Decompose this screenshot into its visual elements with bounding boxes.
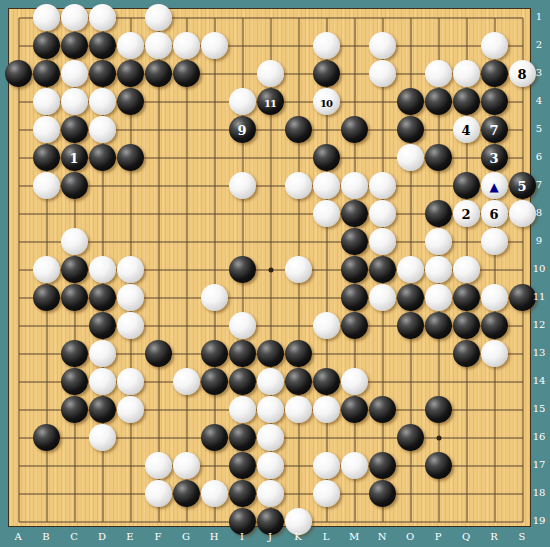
stone-I5[interactable]: 9	[229, 116, 256, 143]
stone-I10[interactable]	[229, 256, 256, 283]
stone-M12[interactable]	[341, 312, 368, 339]
stone-P8[interactable]	[425, 200, 452, 227]
stone-I18[interactable]	[229, 480, 256, 507]
stone-D16[interactable]	[89, 424, 116, 451]
stone-H18[interactable]	[201, 480, 228, 507]
stone-O10[interactable]	[397, 256, 424, 283]
stone-D4[interactable]	[89, 88, 116, 115]
stone-G18[interactable]	[173, 480, 200, 507]
move-number-label: 9	[237, 123, 246, 138]
move-number-label: 7	[489, 123, 498, 138]
stone-R11[interactable]	[481, 284, 508, 311]
stone-R3[interactable]	[481, 60, 508, 87]
stone-L14[interactable]	[313, 368, 340, 395]
stone-G3[interactable]	[173, 60, 200, 87]
stone-C3[interactable]	[61, 60, 88, 87]
stone-Q12[interactable]	[453, 312, 480, 339]
row-label-19: 19	[529, 515, 549, 527]
stone-P12[interactable]	[425, 312, 452, 339]
stone-C11[interactable]	[61, 284, 88, 311]
col-label-D: D	[92, 531, 112, 543]
stone-C4[interactable]	[61, 88, 88, 115]
stone-C6[interactable]: 1	[61, 144, 88, 171]
stone-L2[interactable]	[313, 32, 340, 59]
stone-F18[interactable]	[145, 480, 172, 507]
stone-L17[interactable]	[313, 452, 340, 479]
stone-N10[interactable]	[369, 256, 396, 283]
move-number-label: 1	[69, 151, 78, 166]
stone-G17[interactable]	[173, 452, 200, 479]
col-label-B: B	[36, 531, 56, 543]
stone-M15[interactable]	[341, 396, 368, 423]
row-label-3: 3	[529, 67, 549, 79]
stone-B16[interactable]	[33, 424, 60, 451]
stone-R9[interactable]	[481, 228, 508, 255]
row-label-11: 11	[529, 291, 549, 303]
stone-J15[interactable]	[257, 396, 284, 423]
stone-N8[interactable]	[369, 200, 396, 227]
stone-M9[interactable]	[341, 228, 368, 255]
row-label-4: 4	[529, 95, 549, 107]
col-label-C: C	[64, 531, 84, 543]
stone-J13[interactable]	[257, 340, 284, 367]
move-number-label: 4	[461, 123, 470, 138]
stone-P4[interactable]	[425, 88, 452, 115]
stone-P15[interactable]	[425, 396, 452, 423]
stone-F3[interactable]	[145, 60, 172, 87]
stone-O16[interactable]	[397, 424, 424, 451]
stone-L12[interactable]	[313, 312, 340, 339]
stone-E4[interactable]	[117, 88, 144, 115]
go-app-window: 8111094713▲526 ABCDEFGHIJKLMNOPQRS123456…	[0, 0, 550, 547]
move-number-label: 8	[517, 67, 526, 82]
col-label-P: P	[428, 531, 448, 543]
row-label-16: 16	[529, 431, 549, 443]
stone-N11[interactable]	[369, 284, 396, 311]
stone-R7[interactable]: ▲	[481, 172, 508, 199]
stone-Q7[interactable]	[453, 172, 480, 199]
stone-L4[interactable]: 10	[313, 88, 340, 115]
row-label-10: 10	[529, 263, 549, 275]
stone-P17[interactable]	[425, 452, 452, 479]
row-label-14: 14	[529, 375, 549, 387]
col-label-Q: Q	[456, 531, 476, 543]
stone-K10[interactable]	[285, 256, 312, 283]
stone-P11[interactable]	[425, 284, 452, 311]
row-label-18: 18	[529, 487, 549, 499]
move-number-label: 3	[489, 151, 498, 166]
stone-H16[interactable]	[201, 424, 228, 451]
stone-P9[interactable]	[425, 228, 452, 255]
stone-H2[interactable]	[201, 32, 228, 59]
col-label-I: I	[232, 531, 252, 543]
stone-B7[interactable]	[33, 172, 60, 199]
stone-C9[interactable]	[61, 228, 88, 255]
stone-B6[interactable]	[33, 144, 60, 171]
stone-I16[interactable]	[229, 424, 256, 451]
stone-O4[interactable]	[397, 88, 424, 115]
stone-C10[interactable]	[61, 256, 88, 283]
stone-D14[interactable]	[89, 368, 116, 395]
stone-Q5[interactable]: 4	[453, 116, 480, 143]
stone-Q13[interactable]	[453, 340, 480, 367]
stone-F2[interactable]	[145, 32, 172, 59]
stone-J17[interactable]	[257, 452, 284, 479]
stone-K5[interactable]	[285, 116, 312, 143]
stone-J16[interactable]	[257, 424, 284, 451]
stone-M8[interactable]	[341, 200, 368, 227]
stone-E2[interactable]	[117, 32, 144, 59]
stone-E11[interactable]	[117, 284, 144, 311]
stone-J3[interactable]	[257, 60, 284, 87]
stone-B5[interactable]	[33, 116, 60, 143]
col-label-F: F	[148, 531, 168, 543]
stone-B1[interactable]	[33, 4, 60, 31]
col-label-L: L	[316, 531, 336, 543]
stone-D13[interactable]	[89, 340, 116, 367]
stone-N7[interactable]	[369, 172, 396, 199]
row-label-9: 9	[529, 235, 549, 247]
stone-H11[interactable]	[201, 284, 228, 311]
stone-C15[interactable]	[61, 396, 88, 423]
stone-K7[interactable]	[285, 172, 312, 199]
stone-D1[interactable]	[89, 4, 116, 31]
stone-L6[interactable]	[313, 144, 340, 171]
star-point	[437, 436, 442, 441]
col-label-J: J	[260, 531, 280, 543]
stone-I12[interactable]	[229, 312, 256, 339]
col-label-E: E	[120, 531, 140, 543]
stone-O5[interactable]	[397, 116, 424, 143]
move-number-label: 6	[489, 207, 498, 222]
col-label-M: M	[344, 531, 364, 543]
stone-M5[interactable]	[341, 116, 368, 143]
stone-C2[interactable]	[61, 32, 88, 59]
stone-I13[interactable]	[229, 340, 256, 367]
stone-B10[interactable]	[33, 256, 60, 283]
stone-D10[interactable]	[89, 256, 116, 283]
stone-G2[interactable]	[173, 32, 200, 59]
stone-R2[interactable]	[481, 32, 508, 59]
stone-M11[interactable]	[341, 284, 368, 311]
stone-Q11[interactable]	[453, 284, 480, 311]
stone-M7[interactable]	[341, 172, 368, 199]
stone-E12[interactable]	[117, 312, 144, 339]
move-number-label: 11	[264, 98, 276, 109]
row-label-12: 12	[529, 319, 549, 331]
stone-H14[interactable]	[201, 368, 228, 395]
stone-C13[interactable]	[61, 340, 88, 367]
stone-B4[interactable]	[33, 88, 60, 115]
stone-O6[interactable]	[397, 144, 424, 171]
move-number-label: 10	[320, 98, 332, 109]
stone-P10[interactable]	[425, 256, 452, 283]
move-number-label: 2	[461, 207, 470, 222]
stone-L18[interactable]	[313, 480, 340, 507]
stone-J18[interactable]	[257, 480, 284, 507]
stone-L7[interactable]	[313, 172, 340, 199]
stone-K13[interactable]	[285, 340, 312, 367]
stone-A3[interactable]	[5, 60, 32, 87]
stone-I14[interactable]	[229, 368, 256, 395]
stone-Q10[interactable]	[453, 256, 480, 283]
stone-M17[interactable]	[341, 452, 368, 479]
stone-N15[interactable]	[369, 396, 396, 423]
stone-K15[interactable]	[285, 396, 312, 423]
stone-D12[interactable]	[89, 312, 116, 339]
stone-M14[interactable]	[341, 368, 368, 395]
row-label-5: 5	[529, 123, 549, 135]
row-label-8: 8	[529, 207, 549, 219]
stone-E14[interactable]	[117, 368, 144, 395]
triangle-marker-icon: ▲	[489, 180, 498, 194]
stone-N17[interactable]	[369, 452, 396, 479]
star-point	[269, 268, 274, 273]
stone-N9[interactable]	[369, 228, 396, 255]
col-label-A: A	[8, 531, 28, 543]
row-label-6: 6	[529, 151, 549, 163]
row-label-13: 13	[529, 347, 549, 359]
stone-I7[interactable]	[229, 172, 256, 199]
stone-Q3[interactable]	[453, 60, 480, 87]
stone-G14[interactable]	[173, 368, 200, 395]
stone-R12[interactable]	[481, 312, 508, 339]
stone-F13[interactable]	[145, 340, 172, 367]
stone-R6[interactable]: 3	[481, 144, 508, 171]
stone-B3[interactable]	[33, 60, 60, 87]
stone-C14[interactable]	[61, 368, 88, 395]
stone-P3[interactable]	[425, 60, 452, 87]
stone-N3[interactable]	[369, 60, 396, 87]
col-label-R: R	[484, 531, 504, 543]
stone-F1[interactable]	[145, 4, 172, 31]
stone-C1[interactable]	[61, 4, 88, 31]
stone-E15[interactable]	[117, 396, 144, 423]
stone-D2[interactable]	[89, 32, 116, 59]
stone-L15[interactable]	[313, 396, 340, 423]
stone-H13[interactable]	[201, 340, 228, 367]
row-label-17: 17	[529, 459, 549, 471]
stone-I4[interactable]	[229, 88, 256, 115]
stone-P6[interactable]	[425, 144, 452, 171]
col-label-S: S	[512, 531, 532, 543]
stone-B2[interactable]	[33, 32, 60, 59]
stone-R5[interactable]: 7	[481, 116, 508, 143]
stone-L3[interactable]	[313, 60, 340, 87]
stone-E10[interactable]	[117, 256, 144, 283]
stone-J14[interactable]	[257, 368, 284, 395]
col-label-K: K	[288, 531, 308, 543]
row-label-15: 15	[529, 403, 549, 415]
row-label-1: 1	[529, 11, 549, 23]
row-label-2: 2	[529, 39, 549, 51]
stone-M10[interactable]	[341, 256, 368, 283]
stone-I15[interactable]	[229, 396, 256, 423]
col-label-N: N	[372, 531, 392, 543]
row-label-7: 7	[529, 179, 549, 191]
stone-B11[interactable]	[33, 284, 60, 311]
stone-K14[interactable]	[285, 368, 312, 395]
stone-R8[interactable]: 6	[481, 200, 508, 227]
stone-D15[interactable]	[89, 396, 116, 423]
move-number-label: 5	[517, 179, 526, 194]
col-label-O: O	[400, 531, 420, 543]
stone-O12[interactable]	[397, 312, 424, 339]
stone-R4[interactable]	[481, 88, 508, 115]
stone-D5[interactable]	[89, 116, 116, 143]
stone-Q4[interactable]	[453, 88, 480, 115]
stone-N2[interactable]	[369, 32, 396, 59]
stone-L8[interactable]	[313, 200, 340, 227]
stone-R13[interactable]	[481, 340, 508, 367]
stone-D6[interactable]	[89, 144, 116, 171]
stone-E3[interactable]	[117, 60, 144, 87]
stone-J4[interactable]: 11	[257, 88, 284, 115]
stone-I17[interactable]	[229, 452, 256, 479]
stone-D11[interactable]	[89, 284, 116, 311]
stone-N18[interactable]	[369, 480, 396, 507]
col-label-G: G	[176, 531, 196, 543]
stone-E6[interactable]	[117, 144, 144, 171]
stone-O11[interactable]	[397, 284, 424, 311]
stone-C5[interactable]	[61, 116, 88, 143]
stone-C7[interactable]	[61, 172, 88, 199]
stone-F17[interactable]	[145, 452, 172, 479]
stone-Q8[interactable]: 2	[453, 200, 480, 227]
stone-D3[interactable]	[89, 60, 116, 87]
col-label-H: H	[204, 531, 224, 543]
